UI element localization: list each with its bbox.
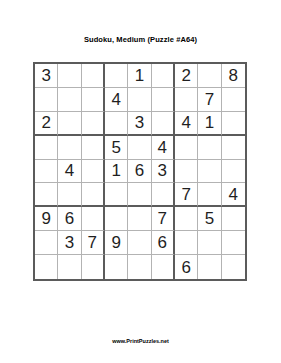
- cell-r4c8[interactable]: [198, 136, 221, 160]
- cell-r3c7[interactable]: 4: [175, 112, 198, 136]
- cell-r3c1[interactable]: 2: [35, 112, 58, 136]
- cell-r1c2[interactable]: [58, 64, 81, 88]
- cell-r5c1[interactable]: [35, 160, 58, 184]
- cell-r5c9[interactable]: [222, 160, 245, 184]
- cell-r9c1[interactable]: [35, 255, 58, 279]
- cell-r1c8[interactable]: [198, 64, 221, 88]
- cell-r4c3[interactable]: [82, 136, 105, 160]
- cell-r5c4[interactable]: 1: [105, 160, 128, 184]
- cell-r9c7[interactable]: 6: [175, 255, 198, 279]
- cell-r9c9[interactable]: [222, 255, 245, 279]
- cell-r5c3[interactable]: [82, 160, 105, 184]
- cell-r9c6[interactable]: [152, 255, 175, 279]
- cell-r3c4[interactable]: [105, 112, 128, 136]
- cell-r8c8[interactable]: [198, 231, 221, 255]
- cell-r7c1[interactable]: 9: [35, 207, 58, 231]
- cell-r4c1[interactable]: [35, 136, 58, 160]
- cell-r1c4[interactable]: [105, 64, 128, 88]
- cell-r7c5[interactable]: [128, 207, 151, 231]
- cell-r5c8[interactable]: [198, 160, 221, 184]
- cell-r7c3[interactable]: [82, 207, 105, 231]
- page-title: Sudoku, Medium (Puzzle #A64): [0, 35, 281, 44]
- cell-r6c4[interactable]: [105, 183, 128, 207]
- cell-r3c6[interactable]: [152, 112, 175, 136]
- cell-r9c4[interactable]: [105, 255, 128, 279]
- cell-r2c6[interactable]: [152, 88, 175, 112]
- cell-r8c3[interactable]: 7: [82, 231, 105, 255]
- cell-r6c5[interactable]: [128, 183, 151, 207]
- cell-r9c8[interactable]: [198, 255, 221, 279]
- cell-r4c7[interactable]: [175, 136, 198, 160]
- cell-r2c8[interactable]: 7: [198, 88, 221, 112]
- cell-r8c6[interactable]: 6: [152, 231, 175, 255]
- cell-r2c5[interactable]: [128, 88, 151, 112]
- sudoku-board: 312847234154416374967537966: [33, 62, 247, 281]
- cell-r2c1[interactable]: [35, 88, 58, 112]
- cell-r3c2[interactable]: [58, 112, 81, 136]
- cell-r5c2[interactable]: 4: [58, 160, 81, 184]
- cell-r2c3[interactable]: [82, 88, 105, 112]
- cell-r8c5[interactable]: [128, 231, 151, 255]
- cell-r4c9[interactable]: [222, 136, 245, 160]
- cell-r1c9[interactable]: 8: [222, 64, 245, 88]
- cell-r6c7[interactable]: 7: [175, 183, 198, 207]
- cell-r4c2[interactable]: [58, 136, 81, 160]
- cell-r6c6[interactable]: [152, 183, 175, 207]
- cell-r7c4[interactable]: [105, 207, 128, 231]
- cell-r3c9[interactable]: [222, 112, 245, 136]
- cell-r8c4[interactable]: 9: [105, 231, 128, 255]
- cell-r1c7[interactable]: 2: [175, 64, 198, 88]
- cell-r4c5[interactable]: [128, 136, 151, 160]
- cell-r6c9[interactable]: 4: [222, 183, 245, 207]
- cell-r9c2[interactable]: [58, 255, 81, 279]
- cell-r8c2[interactable]: 3: [58, 231, 81, 255]
- cell-r6c2[interactable]: [58, 183, 81, 207]
- cell-r7c7[interactable]: [175, 207, 198, 231]
- cell-r1c1[interactable]: 3: [35, 64, 58, 88]
- cell-r7c9[interactable]: [222, 207, 245, 231]
- cell-r9c3[interactable]: [82, 255, 105, 279]
- cell-r2c4[interactable]: 4: [105, 88, 128, 112]
- cell-r5c5[interactable]: 6: [128, 160, 151, 184]
- cell-r8c9[interactable]: [222, 231, 245, 255]
- cell-r1c3[interactable]: [82, 64, 105, 88]
- cell-r3c8[interactable]: 1: [198, 112, 221, 136]
- cell-r3c5[interactable]: 3: [128, 112, 151, 136]
- cell-r7c8[interactable]: 5: [198, 207, 221, 231]
- cell-r6c8[interactable]: [198, 183, 221, 207]
- cell-r6c1[interactable]: [35, 183, 58, 207]
- cell-r2c9[interactable]: [222, 88, 245, 112]
- cell-r6c3[interactable]: [82, 183, 105, 207]
- cell-r9c5[interactable]: [128, 255, 151, 279]
- cell-r5c7[interactable]: [175, 160, 198, 184]
- cell-r8c7[interactable]: [175, 231, 198, 255]
- cell-r4c6[interactable]: 4: [152, 136, 175, 160]
- cell-r1c6[interactable]: [152, 64, 175, 88]
- cell-r4c4[interactable]: 5: [105, 136, 128, 160]
- cell-r8c1[interactable]: [35, 231, 58, 255]
- cell-r1c5[interactable]: 1: [128, 64, 151, 88]
- cell-r7c6[interactable]: 7: [152, 207, 175, 231]
- cell-r2c2[interactable]: [58, 88, 81, 112]
- cell-r2c7[interactable]: [175, 88, 198, 112]
- footer-url: www.PrintPuzzles.net: [0, 338, 281, 344]
- printable-sudoku-page: Sudoku, Medium (Puzzle #A64) 31284723415…: [0, 0, 281, 363]
- cell-r3c3[interactable]: [82, 112, 105, 136]
- cell-r5c6[interactable]: 3: [152, 160, 175, 184]
- cell-r7c2[interactable]: 6: [58, 207, 81, 231]
